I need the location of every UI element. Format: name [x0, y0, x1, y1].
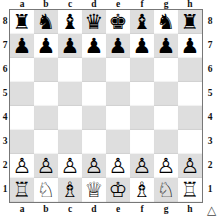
rank-label-2: 2	[204, 154, 216, 178]
square-b5[interactable]	[34, 82, 58, 106]
piece-black-pawn[interactable]: ♟	[37, 34, 56, 58]
square-c6[interactable]	[58, 58, 82, 82]
piece-white-pawn[interactable]: ♙	[109, 154, 128, 178]
square-a5[interactable]	[10, 82, 34, 106]
square-f2[interactable]: ♙	[130, 154, 154, 178]
piece-white-pawn[interactable]: ♙	[157, 154, 176, 178]
square-f7[interactable]: ♟	[130, 34, 154, 58]
file-label-d: d	[82, 203, 106, 217]
square-d8[interactable]: ♛	[82, 10, 106, 34]
square-g7[interactable]: ♟	[154, 34, 178, 58]
square-a1[interactable]: ♖	[10, 178, 34, 202]
square-c4[interactable]	[58, 106, 82, 130]
white-to-move-indicator: △	[204, 203, 219, 218]
square-h4[interactable]	[178, 106, 202, 130]
square-a2[interactable]: ♙	[10, 154, 34, 178]
square-f8[interactable]: ♝	[130, 10, 154, 34]
square-d1[interactable]: ♕	[82, 178, 106, 202]
square-c1[interactable]: ♗	[58, 178, 82, 202]
square-d6[interactable]	[82, 58, 106, 82]
piece-black-pawn[interactable]: ♟	[13, 34, 32, 58]
square-b2[interactable]: ♙	[34, 154, 58, 178]
square-b3[interactable]	[34, 130, 58, 154]
piece-white-rook[interactable]: ♖	[13, 178, 32, 202]
square-e2[interactable]: ♙	[106, 154, 130, 178]
square-h8[interactable]: ♜	[178, 10, 202, 34]
piece-white-pawn[interactable]: ♙	[37, 154, 56, 178]
piece-black-queen[interactable]: ♛	[85, 10, 104, 34]
square-h6[interactable]	[178, 58, 202, 82]
square-e7[interactable]: ♟	[106, 34, 130, 58]
piece-white-bishop[interactable]: ♗	[61, 178, 80, 202]
rank-label-5: 5	[204, 82, 216, 106]
file-label-c: c	[58, 203, 82, 217]
square-a4[interactable]	[10, 106, 34, 130]
square-d4[interactable]	[82, 106, 106, 130]
file-label-b: b	[34, 203, 58, 217]
piece-black-pawn[interactable]: ♟	[157, 34, 176, 58]
square-b6[interactable]	[34, 58, 58, 82]
square-b8[interactable]: ♞	[34, 10, 58, 34]
piece-black-pawn[interactable]: ♟	[133, 34, 152, 58]
square-d7[interactable]: ♟	[82, 34, 106, 58]
file-label-e: e	[106, 203, 130, 217]
square-e6[interactable]	[106, 58, 130, 82]
file-label-a: a	[10, 203, 34, 217]
chess-board: ♜♞♝♛♚♝♞♜♟♟♟♟♟♟♟♟♙♙♙♙♙♙♙♙♖♘♗♕♔♗♘♖	[9, 9, 203, 203]
square-g1[interactable]: ♘	[154, 178, 178, 202]
square-d2[interactable]: ♙	[82, 154, 106, 178]
square-a7[interactable]: ♟	[10, 34, 34, 58]
piece-white-knight[interactable]: ♘	[157, 178, 176, 202]
piece-black-rook[interactable]: ♜	[13, 10, 32, 34]
rank-label-6: 6	[204, 58, 216, 82]
piece-white-pawn[interactable]: ♙	[181, 154, 200, 178]
square-d3[interactable]	[82, 130, 106, 154]
square-h2[interactable]: ♙	[178, 154, 202, 178]
file-labels-bottom: abcdefgh	[10, 203, 202, 217]
piece-black-knight[interactable]: ♞	[157, 10, 176, 34]
square-b4[interactable]	[34, 106, 58, 130]
piece-white-bishop[interactable]: ♗	[133, 178, 152, 202]
piece-white-rook[interactable]: ♖	[181, 178, 200, 202]
square-c2[interactable]: ♙	[58, 154, 82, 178]
square-c8[interactable]: ♝	[58, 10, 82, 34]
piece-white-pawn[interactable]: ♙	[61, 154, 80, 178]
square-h7[interactable]: ♟	[178, 34, 202, 58]
piece-black-pawn[interactable]: ♟	[61, 34, 80, 58]
square-g4[interactable]	[154, 106, 178, 130]
square-e1[interactable]: ♔	[106, 178, 130, 202]
square-c5[interactable]	[58, 82, 82, 106]
square-d5[interactable]	[82, 82, 106, 106]
piece-black-knight[interactable]: ♞	[37, 10, 56, 34]
square-a8[interactable]: ♜	[10, 10, 34, 34]
chess-diagram: abcdefgh 87654321 ♜♞♝♛♚♝♞♜♟♟♟♟♟♟♟♟♙♙♙♙♙♙…	[0, 0, 220, 220]
square-g6[interactable]	[154, 58, 178, 82]
square-g8[interactable]: ♞	[154, 10, 178, 34]
piece-black-bishop[interactable]: ♝	[61, 10, 80, 34]
piece-white-knight[interactable]: ♘	[37, 178, 56, 202]
square-e4[interactable]	[106, 106, 130, 130]
piece-black-rook[interactable]: ♜	[181, 10, 200, 34]
rank-label-3: 3	[204, 130, 216, 154]
square-f6[interactable]	[130, 58, 154, 82]
square-f3[interactable]	[130, 130, 154, 154]
square-b7[interactable]: ♟	[34, 34, 58, 58]
piece-black-bishop[interactable]: ♝	[133, 10, 152, 34]
piece-white-pawn[interactable]: ♙	[13, 154, 32, 178]
square-c7[interactable]: ♟	[58, 34, 82, 58]
square-e8[interactable]: ♚	[106, 10, 130, 34]
piece-white-queen[interactable]: ♕	[85, 178, 104, 202]
square-g3[interactable]	[154, 130, 178, 154]
rank-label-8: 8	[204, 10, 216, 34]
piece-black-pawn[interactable]: ♟	[85, 34, 104, 58]
square-a6[interactable]	[10, 58, 34, 82]
square-b1[interactable]: ♘	[34, 178, 58, 202]
piece-white-king[interactable]: ♔	[109, 178, 128, 202]
square-e5[interactable]	[106, 82, 130, 106]
rank-label-7: 7	[204, 34, 216, 58]
square-h3[interactable]	[178, 130, 202, 154]
square-h5[interactable]	[178, 82, 202, 106]
file-label-f: f	[130, 203, 154, 217]
piece-white-pawn[interactable]: ♙	[85, 154, 104, 178]
square-g5[interactable]	[154, 82, 178, 106]
piece-white-pawn[interactable]: ♙	[133, 154, 152, 178]
piece-black-pawn[interactable]: ♟	[181, 34, 200, 58]
square-h1[interactable]: ♖	[178, 178, 202, 202]
square-a3[interactable]	[10, 130, 34, 154]
square-f4[interactable]	[130, 106, 154, 130]
file-label-h: h	[178, 203, 202, 217]
piece-black-king[interactable]: ♚	[109, 10, 128, 34]
file-label-g: g	[154, 203, 178, 217]
rank-label-1: 1	[204, 178, 216, 202]
rank-labels-right: 87654321	[204, 10, 216, 202]
square-g2[interactable]: ♙	[154, 154, 178, 178]
square-f1[interactable]: ♗	[130, 178, 154, 202]
square-c3[interactable]	[58, 130, 82, 154]
square-f5[interactable]	[130, 82, 154, 106]
piece-black-pawn[interactable]: ♟	[109, 34, 128, 58]
square-e3[interactable]	[106, 130, 130, 154]
rank-label-4: 4	[204, 106, 216, 130]
